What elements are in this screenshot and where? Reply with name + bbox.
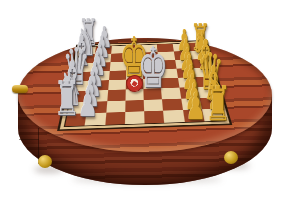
piece-white-pawn-a2[interactable]: ♟ (77, 86, 100, 124)
square-a3[interactable] (105, 112, 125, 125)
piece-white-king-d5[interactable]: ♚ (136, 42, 170, 98)
square-b4[interactable] (125, 100, 144, 112)
chess-box-photo: ♜♞♝♛♝♞♜♟♟♟♟♟♟♟♟♚♜♞♝♛♝♞♜♟♟♟♟♟♟♟♟♚◆ (0, 0, 290, 219)
piece-black-rook-a8[interactable]: ♜ (203, 81, 232, 129)
square-a6[interactable] (163, 110, 184, 123)
square-a4[interactable] (125, 111, 145, 124)
square-a5[interactable] (144, 110, 164, 123)
drawer-seam (19, 139, 39, 140)
square-c3[interactable] (107, 90, 126, 101)
piece-black-pawn-a7[interactable]: ♟ (185, 89, 208, 127)
drawer-knob[interactable] (12, 85, 28, 93)
brass-foot (224, 151, 238, 164)
square-b3[interactable] (106, 100, 125, 112)
square-b5[interactable] (144, 99, 164, 111)
square-b6[interactable] (162, 98, 182, 110)
brass-foot (38, 155, 52, 168)
